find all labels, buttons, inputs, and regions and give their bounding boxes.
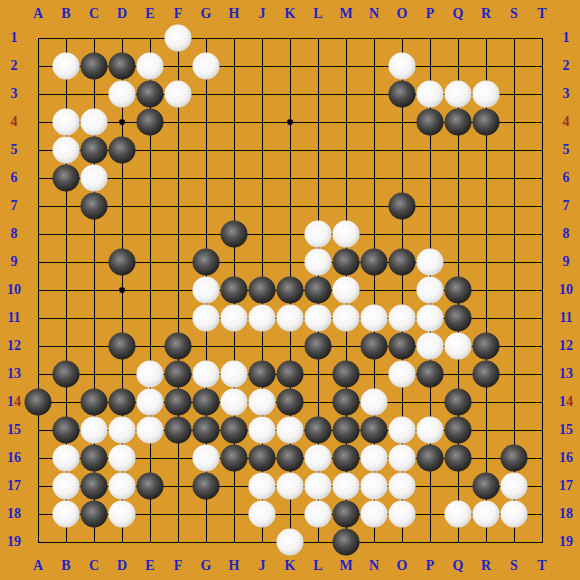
black-stone-G15: [193, 417, 220, 444]
row-label-left-6: 6: [11, 170, 18, 186]
white-stone-D3: [109, 81, 136, 108]
white-stone-O18: [389, 501, 416, 528]
white-stone-G16: [193, 445, 220, 472]
col-label-top-A: A: [33, 6, 43, 22]
black-stone-Q16: [445, 445, 472, 472]
col-label-top-L: L: [313, 6, 322, 22]
row-label-left-9: 9: [11, 254, 18, 270]
white-stone-D18: [109, 501, 136, 528]
col-label-top-P: P: [426, 6, 435, 22]
white-stone-E15: [137, 417, 164, 444]
black-stone-B15: [53, 417, 80, 444]
white-stone-O17: [389, 473, 416, 500]
col-label-bottom-B: B: [61, 558, 70, 574]
white-stone-N18: [361, 501, 388, 528]
white-stone-D15: [109, 417, 136, 444]
white-stone-N11: [361, 305, 388, 332]
black-stone-G9: [193, 249, 220, 276]
black-stone-G14: [193, 389, 220, 416]
black-stone-E3: [137, 81, 164, 108]
black-stone-L15: [305, 417, 332, 444]
black-stone-P13: [417, 361, 444, 388]
black-stone-D14: [109, 389, 136, 416]
row-label-right-15: 15: [559, 422, 573, 438]
row-label-right-12: 12: [559, 338, 573, 354]
black-stone-N9: [361, 249, 388, 276]
row-label-right-1: 1: [563, 30, 570, 46]
white-stone-P3: [417, 81, 444, 108]
black-stone-C14: [81, 389, 108, 416]
col-label-top-T: T: [537, 6, 546, 22]
row-label-left-16: 16: [7, 450, 21, 466]
row-label-left-4: 4: [11, 114, 18, 130]
col-label-top-Q: Q: [453, 6, 464, 22]
col-label-bottom-S: S: [510, 558, 518, 574]
black-stone-P16: [417, 445, 444, 472]
black-stone-O12: [389, 333, 416, 360]
black-stone-H15: [221, 417, 248, 444]
black-stone-N12: [361, 333, 388, 360]
black-stone-O9: [389, 249, 416, 276]
white-stone-F3: [165, 81, 192, 108]
row-label-right-5: 5: [563, 142, 570, 158]
white-stone-K17: [277, 473, 304, 500]
white-stone-G2: [193, 53, 220, 80]
black-stone-D12: [109, 333, 136, 360]
col-label-bottom-O: O: [397, 558, 408, 574]
black-stone-H8: [221, 221, 248, 248]
black-stone-C7: [81, 193, 108, 220]
black-stone-D5: [109, 137, 136, 164]
white-stone-O11: [389, 305, 416, 332]
row-label-left-3: 3: [11, 86, 18, 102]
black-stone-M14: [333, 389, 360, 416]
grid-line-vertical-T: [542, 38, 543, 543]
white-stone-P11: [417, 305, 444, 332]
col-label-bottom-G: G: [201, 558, 212, 574]
black-stone-J16: [249, 445, 276, 472]
white-stone-P15: [417, 417, 444, 444]
col-label-bottom-C: C: [89, 558, 99, 574]
row-label-right-14: 14: [559, 394, 573, 410]
black-stone-C5: [81, 137, 108, 164]
black-stone-H16: [221, 445, 248, 472]
col-label-bottom-L: L: [313, 558, 322, 574]
white-stone-J17: [249, 473, 276, 500]
row-label-right-7: 7: [563, 198, 570, 214]
black-stone-F13: [165, 361, 192, 388]
row-label-left-15: 15: [7, 422, 21, 438]
col-label-top-G: G: [201, 6, 212, 22]
black-stone-Q14: [445, 389, 472, 416]
row-label-left-2: 2: [11, 58, 18, 74]
white-stone-O15: [389, 417, 416, 444]
black-stone-K10: [277, 277, 304, 304]
white-stone-B4: [53, 109, 80, 136]
white-stone-L16: [305, 445, 332, 472]
white-stone-L18: [305, 501, 332, 528]
white-stone-S18: [501, 501, 528, 528]
col-label-bottom-M: M: [339, 558, 352, 574]
white-stone-M17: [333, 473, 360, 500]
white-stone-C15: [81, 417, 108, 444]
white-stone-D16: [109, 445, 136, 472]
black-stone-K14: [277, 389, 304, 416]
white-stone-M8: [333, 221, 360, 248]
col-label-bottom-J: J: [259, 558, 266, 574]
col-label-top-D: D: [117, 6, 127, 22]
black-stone-O3: [389, 81, 416, 108]
col-label-top-B: B: [61, 6, 70, 22]
white-stone-O16: [389, 445, 416, 472]
black-stone-M15: [333, 417, 360, 444]
white-stone-K11: [277, 305, 304, 332]
black-stone-R13: [473, 361, 500, 388]
black-stone-K16: [277, 445, 304, 472]
white-stone-E13: [137, 361, 164, 388]
col-label-top-E: E: [145, 6, 154, 22]
black-stone-J13: [249, 361, 276, 388]
row-label-right-13: 13: [559, 366, 573, 382]
white-stone-N17: [361, 473, 388, 500]
white-stone-R3: [473, 81, 500, 108]
row-label-left-5: 5: [11, 142, 18, 158]
white-stone-Q12: [445, 333, 472, 360]
row-label-left-10: 10: [7, 282, 21, 298]
white-stone-P10: [417, 277, 444, 304]
black-stone-B6: [53, 165, 80, 192]
black-stone-M18: [333, 501, 360, 528]
white-stone-K15: [277, 417, 304, 444]
white-stone-E2: [137, 53, 164, 80]
black-stone-L10: [305, 277, 332, 304]
white-stone-M11: [333, 305, 360, 332]
go-board[interactable]: AA11BB22CC33DD44EE55FF66GG77HH88JJ99KK10…: [0, 0, 580, 580]
white-stone-B5: [53, 137, 80, 164]
white-stone-K19: [277, 529, 304, 556]
white-stone-N14: [361, 389, 388, 416]
white-stone-N16: [361, 445, 388, 472]
row-label-left-17: 17: [7, 478, 21, 494]
black-stone-B13: [53, 361, 80, 388]
black-stone-C16: [81, 445, 108, 472]
black-stone-N15: [361, 417, 388, 444]
col-label-top-C: C: [89, 6, 99, 22]
black-stone-A14: [25, 389, 52, 416]
col-label-top-N: N: [369, 6, 379, 22]
row-label-right-19: 19: [559, 534, 573, 550]
col-label-bottom-E: E: [145, 558, 154, 574]
black-stone-P4: [417, 109, 444, 136]
col-label-bottom-Q: Q: [453, 558, 464, 574]
row-label-right-6: 6: [563, 170, 570, 186]
col-label-bottom-N: N: [369, 558, 379, 574]
black-stone-S16: [501, 445, 528, 472]
black-stone-Q11: [445, 305, 472, 332]
white-stone-O2: [389, 53, 416, 80]
white-stone-L8: [305, 221, 332, 248]
black-stone-Q15: [445, 417, 472, 444]
black-stone-K13: [277, 361, 304, 388]
row-label-right-2: 2: [563, 58, 570, 74]
black-stone-M19: [333, 529, 360, 556]
white-stone-C6: [81, 165, 108, 192]
row-label-right-8: 8: [563, 226, 570, 242]
row-label-left-18: 18: [7, 506, 21, 522]
row-label-right-11: 11: [559, 310, 572, 326]
black-stone-D2: [109, 53, 136, 80]
white-stone-B18: [53, 501, 80, 528]
black-stone-J10: [249, 277, 276, 304]
hoshi-D10: [119, 287, 125, 293]
black-stone-R4: [473, 109, 500, 136]
black-stone-F12: [165, 333, 192, 360]
white-stone-R18: [473, 501, 500, 528]
white-stone-H11: [221, 305, 248, 332]
row-label-right-17: 17: [559, 478, 573, 494]
col-label-bottom-H: H: [229, 558, 240, 574]
col-label-bottom-P: P: [426, 558, 435, 574]
row-label-left-7: 7: [11, 198, 18, 214]
white-stone-G10: [193, 277, 220, 304]
black-stone-C17: [81, 473, 108, 500]
col-label-bottom-R: R: [481, 558, 491, 574]
row-label-right-10: 10: [559, 282, 573, 298]
row-label-left-14: 14: [7, 394, 21, 410]
white-stone-E14: [137, 389, 164, 416]
black-stone-R17: [473, 473, 500, 500]
hoshi-K4: [287, 119, 293, 125]
white-stone-H14: [221, 389, 248, 416]
hoshi-D4: [119, 119, 125, 125]
row-label-right-9: 9: [563, 254, 570, 270]
black-stone-G17: [193, 473, 220, 500]
white-stone-M10: [333, 277, 360, 304]
white-stone-O13: [389, 361, 416, 388]
white-stone-C4: [81, 109, 108, 136]
col-label-top-R: R: [481, 6, 491, 22]
col-label-top-M: M: [339, 6, 352, 22]
col-label-top-S: S: [510, 6, 518, 22]
white-stone-J18: [249, 501, 276, 528]
col-label-top-F: F: [174, 6, 183, 22]
white-stone-B2: [53, 53, 80, 80]
black-stone-L12: [305, 333, 332, 360]
row-label-right-3: 3: [563, 86, 570, 102]
black-stone-O7: [389, 193, 416, 220]
white-stone-P12: [417, 333, 444, 360]
col-label-bottom-T: T: [537, 558, 546, 574]
white-stone-J14: [249, 389, 276, 416]
white-stone-Q18: [445, 501, 472, 528]
col-label-bottom-K: K: [285, 558, 296, 574]
white-stone-B17: [53, 473, 80, 500]
white-stone-L11: [305, 305, 332, 332]
col-label-bottom-A: A: [33, 558, 43, 574]
white-stone-P9: [417, 249, 444, 276]
row-label-left-11: 11: [7, 310, 20, 326]
white-stone-S17: [501, 473, 528, 500]
white-stone-L9: [305, 249, 332, 276]
row-label-left-12: 12: [7, 338, 21, 354]
col-label-top-H: H: [229, 6, 240, 22]
row-label-right-16: 16: [559, 450, 573, 466]
col-label-top-O: O: [397, 6, 408, 22]
black-stone-R12: [473, 333, 500, 360]
col-label-bottom-F: F: [174, 558, 183, 574]
white-stone-J15: [249, 417, 276, 444]
row-label-right-18: 18: [559, 506, 573, 522]
white-stone-D17: [109, 473, 136, 500]
black-stone-Q10: [445, 277, 472, 304]
black-stone-E4: [137, 109, 164, 136]
black-stone-Q4: [445, 109, 472, 136]
white-stone-Q3: [445, 81, 472, 108]
white-stone-G13: [193, 361, 220, 388]
black-stone-F15: [165, 417, 192, 444]
white-stone-B16: [53, 445, 80, 472]
row-label-left-19: 19: [7, 534, 21, 550]
row-label-left-13: 13: [7, 366, 21, 382]
row-label-left-1: 1: [11, 30, 18, 46]
white-stone-L17: [305, 473, 332, 500]
black-stone-M13: [333, 361, 360, 388]
white-stone-F1: [165, 25, 192, 52]
col-label-top-J: J: [259, 6, 266, 22]
row-label-right-4: 4: [563, 114, 570, 130]
black-stone-H10: [221, 277, 248, 304]
black-stone-C2: [81, 53, 108, 80]
black-stone-C18: [81, 501, 108, 528]
black-stone-D9: [109, 249, 136, 276]
black-stone-M9: [333, 249, 360, 276]
black-stone-F14: [165, 389, 192, 416]
white-stone-H13: [221, 361, 248, 388]
black-stone-M16: [333, 445, 360, 472]
black-stone-E17: [137, 473, 164, 500]
row-label-left-8: 8: [11, 226, 18, 242]
col-label-top-K: K: [285, 6, 296, 22]
white-stone-G11: [193, 305, 220, 332]
white-stone-J11: [249, 305, 276, 332]
col-label-bottom-D: D: [117, 558, 127, 574]
